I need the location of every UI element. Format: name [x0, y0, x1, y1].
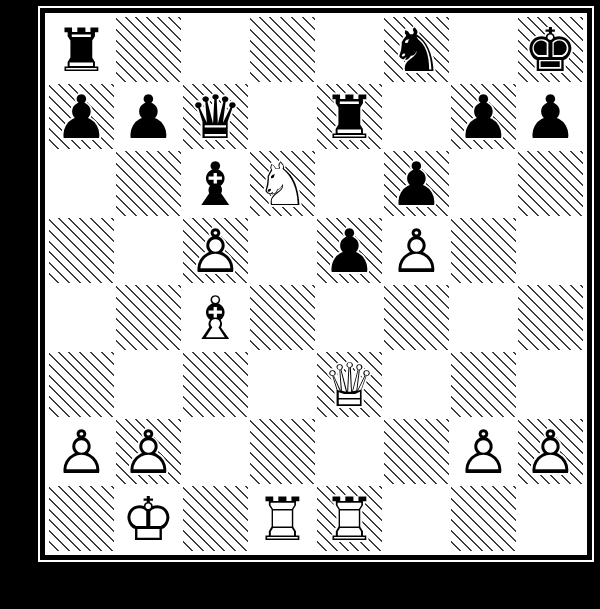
square-a6[interactable] [48, 150, 115, 217]
square-g5[interactable] [450, 217, 517, 284]
square-c7[interactable]: ♛♛ [182, 83, 249, 150]
square-f8[interactable]: ♞♞ [383, 16, 450, 83]
black-queen-piece: ♛♛ [182, 83, 249, 150]
black-knight-icon: ♞ [383, 16, 450, 83]
square-d3[interactable] [249, 351, 316, 418]
square-d4[interactable] [249, 284, 316, 351]
black-pawn-piece: ♟♟ [450, 83, 517, 150]
square-d1[interactable]: ♜♖ [249, 485, 316, 552]
square-b5[interactable] [115, 217, 182, 284]
black-pawn-piece: ♟♟ [48, 83, 115, 150]
black-pawn-icon: ♟ [450, 83, 517, 150]
square-h4[interactable] [517, 284, 584, 351]
white-king-icon: ♔ [115, 485, 182, 552]
black-pawn-icon: ♟ [48, 83, 115, 150]
white-rook-piece: ♜♖ [316, 485, 383, 552]
white-bishop-icon: ♗ [182, 284, 249, 351]
chess-board-frame: ♜♜♞♞♚♚♟♟♟♟♛♛♜♜♟♟♟♟♝♝♞♘♟♟♟♙♟♟♟♙♝♗♛♕♟♙♟♙♟♙… [40, 8, 592, 560]
square-h1[interactable] [517, 485, 584, 552]
black-rook-piece: ♜♜ [48, 16, 115, 83]
square-e1[interactable]: ♜♖ [316, 485, 383, 552]
square-f1[interactable] [383, 485, 450, 552]
chess-board: ♜♜♞♞♚♚♟♟♟♟♛♛♜♜♟♟♟♟♝♝♞♘♟♟♟♙♟♟♟♙♝♗♛♕♟♙♟♙♟♙… [48, 16, 584, 552]
square-g8[interactable] [450, 16, 517, 83]
square-c6[interactable]: ♝♝ [182, 150, 249, 217]
square-b2[interactable]: ♟♙ [115, 418, 182, 485]
white-pawn-icon: ♙ [383, 217, 450, 284]
square-e2[interactable] [316, 418, 383, 485]
square-g7[interactable]: ♟♟ [450, 83, 517, 150]
white-pawn-icon: ♙ [517, 418, 584, 485]
square-g4[interactable] [450, 284, 517, 351]
square-e6[interactable] [316, 150, 383, 217]
square-g1[interactable] [450, 485, 517, 552]
white-pawn-icon: ♙ [48, 418, 115, 485]
black-bishop-piece: ♝♝ [182, 150, 249, 217]
white-rook-icon: ♖ [316, 485, 383, 552]
black-pawn-piece: ♟♟ [517, 83, 584, 150]
square-h5[interactable] [517, 217, 584, 284]
square-b6[interactable] [115, 150, 182, 217]
square-d2[interactable] [249, 418, 316, 485]
square-c3[interactable] [182, 351, 249, 418]
square-a3[interactable] [48, 351, 115, 418]
square-e3[interactable]: ♛♕ [316, 351, 383, 418]
page-background: ♜♜♞♞♚♚♟♟♟♟♛♛♜♜♟♟♟♟♝♝♞♘♟♟♟♙♟♟♟♙♝♗♛♕♟♙♟♙♟♙… [0, 0, 600, 609]
square-d7[interactable] [249, 83, 316, 150]
square-g6[interactable] [450, 150, 517, 217]
square-c5[interactable]: ♟♙ [182, 217, 249, 284]
white-pawn-piece: ♟♙ [450, 418, 517, 485]
square-e8[interactable] [316, 16, 383, 83]
white-knight-icon: ♘ [249, 150, 316, 217]
square-h6[interactable] [517, 150, 584, 217]
black-knight-piece: ♞♞ [383, 16, 450, 83]
square-g3[interactable] [450, 351, 517, 418]
square-b4[interactable] [115, 284, 182, 351]
black-king-piece: ♚♚ [517, 16, 584, 83]
white-pawn-piece: ♟♙ [48, 418, 115, 485]
white-rook-piece: ♜♖ [249, 485, 316, 552]
white-pawn-piece: ♟♙ [115, 418, 182, 485]
square-c8[interactable] [182, 16, 249, 83]
square-a5[interactable] [48, 217, 115, 284]
square-b8[interactable] [115, 16, 182, 83]
square-d6[interactable]: ♞♘ [249, 150, 316, 217]
square-g2[interactable]: ♟♙ [450, 418, 517, 485]
square-a1[interactable] [48, 485, 115, 552]
white-queen-icon: ♕ [316, 351, 383, 418]
white-pawn-icon: ♙ [450, 418, 517, 485]
square-h7[interactable]: ♟♟ [517, 83, 584, 150]
white-king-piece: ♚♔ [115, 485, 182, 552]
black-pawn-piece: ♟♟ [316, 217, 383, 284]
square-d8[interactable] [249, 16, 316, 83]
black-king-icon: ♚ [517, 16, 584, 83]
white-pawn-piece: ♟♙ [517, 418, 584, 485]
square-f5[interactable]: ♟♙ [383, 217, 450, 284]
white-queen-piece: ♛♕ [316, 351, 383, 418]
square-b3[interactable] [115, 351, 182, 418]
square-f6[interactable]: ♟♟ [383, 150, 450, 217]
black-pawn-icon: ♟ [383, 150, 450, 217]
square-h8[interactable]: ♚♚ [517, 16, 584, 83]
black-pawn-icon: ♟ [517, 83, 584, 150]
square-c2[interactable] [182, 418, 249, 485]
square-f4[interactable] [383, 284, 450, 351]
square-h2[interactable]: ♟♙ [517, 418, 584, 485]
square-b1[interactable]: ♚♔ [115, 485, 182, 552]
black-rook-icon: ♜ [316, 83, 383, 150]
white-knight-piece: ♞♘ [249, 150, 316, 217]
square-h3[interactable] [517, 351, 584, 418]
square-d5[interactable] [249, 217, 316, 284]
square-e5[interactable]: ♟♟ [316, 217, 383, 284]
square-e4[interactable] [316, 284, 383, 351]
square-a4[interactable] [48, 284, 115, 351]
square-c4[interactable]: ♝♗ [182, 284, 249, 351]
black-bishop-icon: ♝ [182, 150, 249, 217]
white-pawn-icon: ♙ [115, 418, 182, 485]
square-f3[interactable] [383, 351, 450, 418]
white-pawn-piece: ♟♙ [383, 217, 450, 284]
black-rook-piece: ♜♜ [316, 83, 383, 150]
black-pawn-icon: ♟ [316, 217, 383, 284]
black-pawn-icon: ♟ [115, 83, 182, 150]
square-a2[interactable]: ♟♙ [48, 418, 115, 485]
black-pawn-piece: ♟♟ [115, 83, 182, 150]
square-a7[interactable]: ♟♟ [48, 83, 115, 150]
square-a8[interactable]: ♜♜ [48, 16, 115, 83]
square-e7[interactable]: ♜♜ [316, 83, 383, 150]
black-queen-icon: ♛ [182, 83, 249, 150]
white-pawn-icon: ♙ [182, 217, 249, 284]
white-rook-icon: ♖ [249, 485, 316, 552]
square-f2[interactable] [383, 418, 450, 485]
white-bishop-piece: ♝♗ [182, 284, 249, 351]
square-b7[interactable]: ♟♟ [115, 83, 182, 150]
square-f7[interactable] [383, 83, 450, 150]
white-pawn-piece: ♟♙ [182, 217, 249, 284]
black-pawn-piece: ♟♟ [383, 150, 450, 217]
square-c1[interactable] [182, 485, 249, 552]
black-rook-icon: ♜ [48, 16, 115, 83]
